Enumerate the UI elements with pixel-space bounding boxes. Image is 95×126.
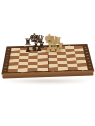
file-label-f: f: [56, 45, 65, 47]
file-label-a: a: [12, 46, 21, 48]
board-tilt: abcdefgh abcdefgh 87654321 87654321: [0, 0, 95, 126]
board-frame: abcdefgh abcdefgh 87654321 87654321: [1, 44, 94, 74]
file-label-g: g: [65, 45, 74, 47]
rank-label-1: 1: [2, 69, 8, 73]
board-shadow: [3, 79, 92, 84]
product-photo: abcdefgh abcdefgh 87654321 87654321 ♚♛♜♝…: [0, 0, 95, 126]
rank-label-1: 1: [87, 66, 94, 70]
file-label-e: e: [47, 45, 56, 47]
file-label-d: d: [38, 45, 47, 47]
chess-board: abcdefgh abcdefgh 87654321 87654321: [1, 44, 94, 74]
file-label-b: b: [20, 46, 29, 48]
file-label-c: c: [29, 46, 38, 48]
file-label-h: h: [73, 44, 82, 46]
